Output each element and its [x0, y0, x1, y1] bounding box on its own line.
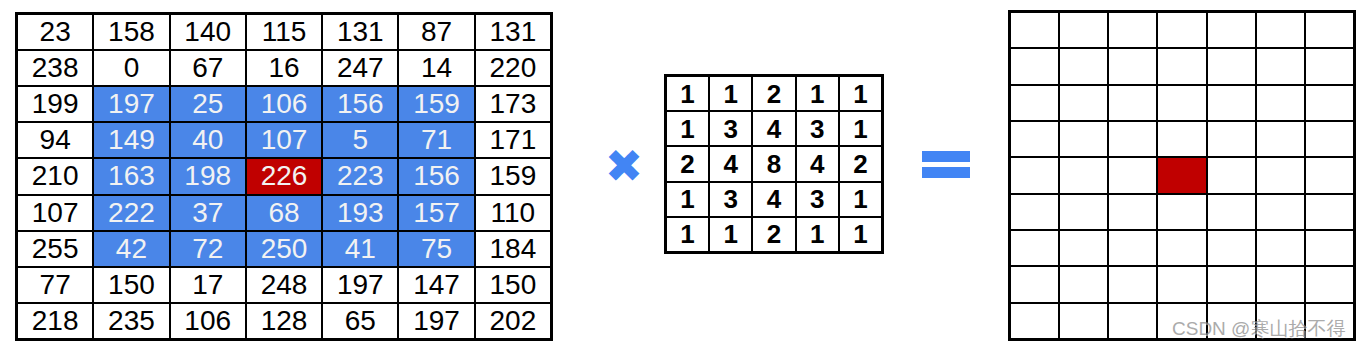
input-matrix: 2315814011513187131238067162471422019919…: [15, 12, 553, 341]
grid-cell: 1: [840, 77, 881, 110]
grid-cell: 156: [399, 159, 473, 193]
grid-cell: 159: [476, 159, 550, 193]
grid-cell: 8: [753, 147, 794, 180]
grid-cell: 197: [323, 268, 397, 302]
grid-cell: 2: [753, 77, 794, 110]
grid-cell: 140: [171, 15, 245, 49]
grid-cell: [1011, 158, 1058, 192]
grid-cell: [1257, 195, 1304, 229]
grid-cell: [1208, 86, 1255, 120]
grid-cell: [1109, 267, 1156, 301]
grid-cell: [1158, 158, 1205, 192]
grid-cell: 3: [710, 183, 751, 216]
grid-cell: [1306, 49, 1353, 83]
grid-cell: 1: [797, 77, 838, 110]
grid-cell: [1158, 231, 1205, 265]
grid-cell: 197: [399, 304, 473, 338]
watermark: CSDN @寒山拾不得: [1172, 316, 1345, 342]
grid-cell: [1208, 158, 1255, 192]
grid-cell: 23: [18, 15, 92, 49]
grid-cell: [1208, 13, 1255, 47]
grid-cell: 163: [94, 159, 168, 193]
grid-cell: 250: [247, 232, 321, 266]
grid-cell: [1011, 195, 1058, 229]
grid-cell: [1257, 231, 1304, 265]
grid-cell: 4: [753, 183, 794, 216]
grid-cell: 40: [171, 123, 245, 157]
grid-cell: 14: [399, 51, 473, 85]
grid-cell: [1158, 267, 1205, 301]
grid-cell: [1109, 86, 1156, 120]
grid-cell: [1109, 304, 1156, 338]
grid-cell: 226: [247, 159, 321, 193]
grid-cell: 150: [476, 268, 550, 302]
grid-cell: 1: [840, 218, 881, 251]
grid-cell: [1109, 158, 1156, 192]
grid-cell: [1060, 86, 1107, 120]
grid-cell: [1060, 49, 1107, 83]
grid-cell: [1158, 122, 1205, 156]
grid-cell: 42: [94, 232, 168, 266]
grid-cell: [1158, 86, 1205, 120]
grid-cell: 1: [667, 183, 708, 216]
grid-cell: [1060, 158, 1107, 192]
equals-bar-top: [922, 151, 970, 162]
grid-cell: [1257, 49, 1304, 83]
grid-cell: [1257, 86, 1304, 120]
grid-cell: 115: [247, 15, 321, 49]
grid-cell: 1: [667, 112, 708, 145]
grid-cell: 238: [18, 51, 92, 85]
output-matrix: [1008, 10, 1356, 341]
grid-cell: [1208, 267, 1255, 301]
grid-cell: [1011, 49, 1058, 83]
grid-cell: [1060, 267, 1107, 301]
grid-cell: 131: [476, 15, 550, 49]
grid-cell: 1: [667, 218, 708, 251]
grid-cell: 1: [840, 183, 881, 216]
grid-cell: 1: [710, 77, 751, 110]
grid-cell: [1306, 195, 1353, 229]
grid-cell: 220: [476, 51, 550, 85]
grid-cell: 72: [171, 232, 245, 266]
grid-cell: [1257, 267, 1304, 301]
grid-cell: 106: [171, 304, 245, 338]
grid-cell: 5: [323, 123, 397, 157]
grid-cell: [1306, 122, 1353, 156]
grid-cell: 210: [18, 159, 92, 193]
grid-cell: 198: [171, 159, 245, 193]
grid-cell: 222: [94, 196, 168, 230]
grid-cell: [1306, 158, 1353, 192]
grid-cell: 110: [476, 196, 550, 230]
equals-icon: [922, 151, 970, 178]
grid-cell: [1109, 49, 1156, 83]
grid-cell: 218: [18, 304, 92, 338]
grid-cell: [1257, 122, 1304, 156]
grid-cell: [1060, 13, 1107, 47]
grid-cell: 199: [18, 87, 92, 121]
grid-cell: 4: [753, 112, 794, 145]
grid-cell: 107: [247, 123, 321, 157]
grid-cell: 159: [399, 87, 473, 121]
grid-cell: [1306, 13, 1353, 47]
grid-cell: [1109, 13, 1156, 47]
grid-cell: 2: [753, 218, 794, 251]
grid-cell: [1109, 195, 1156, 229]
grid-cell: 1: [667, 77, 708, 110]
grid-cell: [1011, 304, 1058, 338]
grid-cell: [1060, 195, 1107, 229]
grid-cell: 202: [476, 304, 550, 338]
grid-cell: [1011, 86, 1058, 120]
grid-cell: 131: [323, 15, 397, 49]
grid-cell: 68: [247, 196, 321, 230]
grid-cell: [1257, 158, 1304, 192]
grid-cell: [1306, 231, 1353, 265]
grid-cell: 77: [18, 268, 92, 302]
grid-cell: 3: [797, 112, 838, 145]
grid-cell: 3: [710, 112, 751, 145]
grid-cell: [1060, 231, 1107, 265]
grid-cell: 173: [476, 87, 550, 121]
grid-cell: 223: [323, 159, 397, 193]
grid-cell: 16: [247, 51, 321, 85]
grid-cell: 157: [399, 196, 473, 230]
grid-cell: 2: [667, 147, 708, 180]
multiply-icon: ✖: [594, 136, 654, 196]
grid-cell: 193: [323, 196, 397, 230]
grid-cell: [1011, 231, 1058, 265]
grid-cell: [1011, 267, 1058, 301]
grid-cell: 4: [797, 147, 838, 180]
grid-cell: [1306, 86, 1353, 120]
grid-cell: 235: [94, 304, 168, 338]
grid-cell: 1: [840, 112, 881, 145]
grid-cell: [1208, 195, 1255, 229]
grid-cell: 197: [94, 87, 168, 121]
grid-cell: 25: [171, 87, 245, 121]
grid-cell: 3: [797, 183, 838, 216]
grid-cell: [1158, 49, 1205, 83]
grid-cell: 87: [399, 15, 473, 49]
grid-cell: [1060, 304, 1107, 338]
grid-cell: [1306, 267, 1353, 301]
grid-cell: 1: [710, 218, 751, 251]
grid-cell: 147: [399, 268, 473, 302]
grid-cell: 106: [247, 87, 321, 121]
grid-cell: 4: [710, 147, 751, 180]
grid-cell: 156: [323, 87, 397, 121]
grid-cell: [1158, 195, 1205, 229]
equals-bar-bottom: [922, 167, 970, 178]
grid-cell: 65: [323, 304, 397, 338]
grid-cell: 67: [171, 51, 245, 85]
grid-cell: [1109, 231, 1156, 265]
grid-cell: 247: [323, 51, 397, 85]
grid-cell: [1158, 13, 1205, 47]
grid-cell: [1060, 122, 1107, 156]
grid-cell: 184: [476, 232, 550, 266]
grid-cell: 71: [399, 123, 473, 157]
grid-cell: [1109, 122, 1156, 156]
grid-cell: 248: [247, 268, 321, 302]
grid-cell: 0: [94, 51, 168, 85]
grid-cell: 150: [94, 268, 168, 302]
grid-cell: 75: [399, 232, 473, 266]
grid-cell: 37: [171, 196, 245, 230]
grid-cell: [1011, 13, 1058, 47]
kernel-matrix: 1121113431248421343111211: [664, 74, 884, 254]
grid-cell: [1208, 122, 1255, 156]
grid-cell: 94: [18, 123, 92, 157]
grid-cell: 158: [94, 15, 168, 49]
grid-cell: [1208, 231, 1255, 265]
grid-cell: [1208, 49, 1255, 83]
grid-cell: 1: [797, 218, 838, 251]
grid-cell: 17: [171, 268, 245, 302]
grid-cell: 2: [840, 147, 881, 180]
grid-cell: [1011, 122, 1058, 156]
grid-cell: 255: [18, 232, 92, 266]
grid-cell: 41: [323, 232, 397, 266]
grid-cell: [1257, 13, 1304, 47]
grid-cell: 171: [476, 123, 550, 157]
grid-cell: 149: [94, 123, 168, 157]
grid-cell: 128: [247, 304, 321, 338]
grid-cell: 107: [18, 196, 92, 230]
